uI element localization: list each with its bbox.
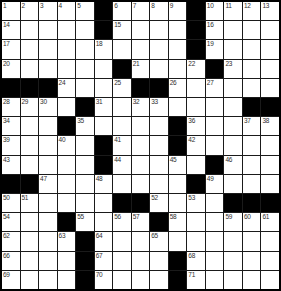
white-cell[interactable]: 46 — [224, 156, 242, 174]
white-cell[interactable] — [187, 156, 205, 174]
white-cell[interactable] — [39, 136, 57, 154]
white-cell[interactable] — [224, 136, 242, 154]
white-cell[interactable] — [224, 232, 242, 250]
white-cell[interactable] — [187, 213, 205, 231]
clue-number: 2 — [22, 2, 25, 10]
clue-number: 32 — [133, 98, 140, 106]
white-cell[interactable]: 48 — [95, 175, 113, 193]
white-cell[interactable] — [21, 156, 39, 174]
white-cell[interactable]: 69 — [2, 271, 20, 289]
white-cell[interactable] — [132, 21, 150, 39]
white-cell[interactable]: 56 — [113, 213, 131, 231]
white-cell[interactable] — [243, 60, 261, 78]
clue-number: 67 — [96, 252, 103, 260]
white-cell[interactable]: 53 — [187, 194, 205, 212]
white-cell[interactable] — [132, 271, 150, 289]
white-cell[interactable] — [243, 252, 261, 270]
white-cell[interactable] — [261, 60, 279, 78]
white-cell[interactable] — [76, 175, 94, 193]
black-cell — [243, 194, 261, 212]
clue-number: 35 — [77, 117, 84, 125]
white-cell[interactable] — [132, 232, 150, 250]
white-cell[interactable] — [39, 117, 57, 135]
clue-number: 34 — [3, 117, 10, 125]
white-cell[interactable] — [150, 21, 168, 39]
white-cell[interactable] — [261, 232, 279, 250]
clue-number: 53 — [188, 194, 195, 202]
white-cell[interactable] — [206, 213, 224, 231]
clue-number: 27 — [207, 79, 214, 87]
white-cell[interactable]: 18 — [95, 40, 113, 58]
white-cell[interactable] — [243, 21, 261, 39]
black-cell — [21, 79, 39, 97]
black-cell — [58, 213, 76, 231]
clue-number: 55 — [77, 213, 84, 221]
white-cell[interactable] — [21, 271, 39, 289]
white-cell[interactable] — [76, 194, 94, 212]
black-cell — [187, 40, 205, 58]
white-cell[interactable]: 65 — [150, 232, 168, 250]
black-cell — [76, 232, 94, 250]
white-cell[interactable]: 5 — [76, 2, 94, 20]
white-cell[interactable]: 42 — [187, 136, 205, 154]
white-cell[interactable] — [169, 175, 187, 193]
clue-number: 54 — [3, 213, 10, 221]
white-cell[interactable] — [132, 175, 150, 193]
white-cell[interactable] — [132, 156, 150, 174]
black-cell — [76, 252, 94, 270]
white-cell[interactable] — [224, 117, 242, 135]
clue-number: 30 — [40, 98, 47, 106]
white-cell[interactable]: 51 — [21, 194, 39, 212]
black-cell — [76, 98, 94, 116]
clue-number: 9 — [170, 2, 173, 10]
white-cell[interactable]: 41 — [113, 136, 131, 154]
clue-number: 28 — [3, 98, 10, 106]
white-cell[interactable] — [76, 60, 94, 78]
white-cell[interactable]: 3 — [39, 2, 57, 20]
white-cell[interactable] — [150, 175, 168, 193]
clue-number: 49 — [207, 175, 214, 183]
white-cell[interactable]: 11 — [224, 2, 242, 20]
black-cell — [113, 194, 131, 212]
white-cell[interactable]: 22 — [187, 60, 205, 78]
clue-number: 29 — [22, 98, 29, 106]
clue-number: 26 — [170, 79, 177, 87]
white-cell[interactable] — [261, 156, 279, 174]
white-cell[interactable] — [224, 175, 242, 193]
clue-number: 22 — [188, 60, 195, 68]
white-cell[interactable] — [113, 40, 131, 58]
white-cell[interactable]: 66 — [2, 252, 20, 270]
white-cell[interactable] — [132, 40, 150, 58]
clue-number: 43 — [3, 156, 10, 164]
clue-number: 24 — [59, 79, 66, 87]
white-cell[interactable] — [21, 213, 39, 231]
white-cell[interactable]: 55 — [76, 213, 94, 231]
white-cell[interactable] — [261, 40, 279, 58]
black-cell — [187, 2, 205, 20]
white-cell[interactable] — [169, 60, 187, 78]
white-cell[interactable]: 52 — [150, 194, 168, 212]
clue-number: 64 — [96, 232, 103, 240]
black-cell — [132, 194, 150, 212]
white-cell[interactable] — [95, 117, 113, 135]
white-cell[interactable]: 40 — [58, 136, 76, 154]
white-cell[interactable]: 59 — [224, 213, 242, 231]
black-cell — [261, 98, 279, 116]
black-cell — [113, 60, 131, 78]
black-cell — [95, 2, 113, 20]
white-cell[interactable] — [206, 98, 224, 116]
clue-number: 44 — [114, 156, 121, 164]
clue-number: 46 — [225, 156, 232, 164]
white-cell[interactable] — [206, 194, 224, 212]
white-cell[interactable] — [58, 60, 76, 78]
black-cell — [243, 98, 261, 116]
white-cell[interactable]: 58 — [169, 213, 187, 231]
white-cell[interactable] — [39, 40, 57, 58]
white-cell[interactable] — [261, 175, 279, 193]
clue-number: 7 — [133, 2, 136, 10]
white-cell[interactable]: 31 — [95, 98, 113, 116]
white-cell[interactable]: 19 — [206, 40, 224, 58]
crossword-grid: 1234567891011121314151617181920212223242… — [0, 0, 281, 291]
white-cell[interactable] — [76, 21, 94, 39]
white-cell[interactable] — [224, 21, 242, 39]
clue-number: 48 — [96, 175, 103, 183]
white-cell[interactable] — [21, 136, 39, 154]
clue-number: 21 — [133, 60, 140, 68]
black-cell — [150, 213, 168, 231]
white-cell[interactable] — [58, 156, 76, 174]
black-cell — [76, 271, 94, 289]
black-cell — [261, 194, 279, 212]
black-cell — [169, 117, 187, 135]
white-cell[interactable]: 67 — [95, 252, 113, 270]
clue-number: 68 — [188, 252, 195, 260]
white-cell[interactable] — [243, 271, 261, 289]
white-cell[interactable] — [261, 21, 279, 39]
white-cell[interactable]: 25 — [113, 79, 131, 97]
clue-number: 65 — [151, 232, 158, 240]
white-cell[interactable] — [187, 79, 205, 97]
white-cell[interactable] — [39, 21, 57, 39]
clue-number: 8 — [151, 2, 154, 10]
white-cell[interactable]: 71 — [187, 271, 205, 289]
white-cell[interactable] — [169, 21, 187, 39]
clue-number: 45 — [170, 156, 177, 164]
white-cell[interactable]: 6 — [113, 2, 131, 20]
white-cell[interactable]: 50 — [2, 194, 20, 212]
white-cell[interactable]: 61 — [261, 213, 279, 231]
white-cell[interactable]: 1 — [2, 2, 20, 20]
clue-number: 23 — [225, 60, 232, 68]
white-cell[interactable] — [169, 232, 187, 250]
white-cell[interactable]: 37 — [243, 117, 261, 135]
white-cell[interactable] — [150, 136, 168, 154]
clue-number: 70 — [96, 271, 103, 279]
clue-number: 41 — [114, 136, 121, 144]
clue-number: 42 — [188, 136, 195, 144]
white-cell[interactable] — [58, 252, 76, 270]
white-cell[interactable] — [39, 213, 57, 231]
white-cell[interactable] — [243, 79, 261, 97]
white-cell[interactable] — [224, 252, 242, 270]
white-cell[interactable] — [261, 271, 279, 289]
white-cell[interactable] — [243, 136, 261, 154]
white-cell[interactable] — [224, 79, 242, 97]
clue-number: 19 — [207, 40, 214, 48]
white-cell[interactable] — [113, 232, 131, 250]
white-cell[interactable]: 12 — [243, 2, 261, 20]
white-cell[interactable] — [261, 252, 279, 270]
white-cell[interactable] — [150, 271, 168, 289]
white-cell[interactable] — [113, 252, 131, 270]
clue-number: 5 — [77, 2, 80, 10]
white-cell[interactable] — [39, 271, 57, 289]
white-cell[interactable] — [76, 79, 94, 97]
white-cell[interactable] — [76, 40, 94, 58]
white-cell[interactable]: 9 — [169, 2, 187, 20]
white-cell[interactable] — [21, 117, 39, 135]
white-cell[interactable] — [113, 98, 131, 116]
white-cell[interactable] — [243, 156, 261, 174]
black-cell — [187, 21, 205, 39]
clue-number: 71 — [188, 271, 195, 279]
black-cell — [206, 60, 224, 78]
white-cell[interactable]: 54 — [2, 213, 20, 231]
clue-number: 11 — [225, 2, 231, 10]
white-cell[interactable] — [150, 156, 168, 174]
clue-number: 13 — [262, 2, 269, 10]
white-cell[interactable] — [243, 40, 261, 58]
white-cell[interactable] — [187, 232, 205, 250]
clue-number: 31 — [96, 98, 103, 106]
white-cell[interactable] — [95, 213, 113, 231]
white-cell[interactable]: 43 — [2, 156, 20, 174]
clue-number: 36 — [188, 117, 195, 125]
black-cell — [2, 175, 20, 193]
white-cell[interactable] — [39, 60, 57, 78]
white-cell[interactable] — [95, 79, 113, 97]
white-cell[interactable] — [58, 98, 76, 116]
white-cell[interactable]: 23 — [224, 60, 242, 78]
white-cell[interactable] — [39, 156, 57, 174]
white-cell[interactable] — [261, 136, 279, 154]
black-cell — [169, 252, 187, 270]
white-cell[interactable] — [169, 40, 187, 58]
white-cell[interactable] — [187, 98, 205, 116]
black-cell — [132, 79, 150, 97]
clue-number: 3 — [40, 2, 43, 10]
clue-number: 51 — [22, 194, 29, 202]
white-cell[interactable]: 7 — [132, 2, 150, 20]
clue-number: 6 — [114, 2, 117, 10]
black-cell — [95, 136, 113, 154]
crossword-page: { "game": "crossword", "grid_size": { "r… — [0, 0, 281, 291]
white-cell[interactable] — [132, 136, 150, 154]
white-cell[interactable]: 68 — [187, 252, 205, 270]
white-cell[interactable] — [243, 175, 261, 193]
white-cell[interactable] — [58, 194, 76, 212]
white-cell[interactable] — [224, 98, 242, 116]
clue-number: 14 — [3, 21, 10, 29]
white-cell[interactable] — [39, 194, 57, 212]
clue-number: 10 — [207, 2, 214, 10]
white-cell[interactable] — [150, 252, 168, 270]
white-cell[interactable]: 21 — [132, 60, 150, 78]
white-cell[interactable] — [113, 175, 131, 193]
white-cell[interactable]: 2 — [21, 2, 39, 20]
white-cell[interactable] — [224, 40, 242, 58]
white-cell[interactable] — [169, 98, 187, 116]
white-cell[interactable] — [150, 117, 168, 135]
white-cell[interactable]: 32 — [132, 98, 150, 116]
white-cell[interactable]: 20 — [2, 60, 20, 78]
clue-number: 60 — [244, 213, 251, 221]
white-cell[interactable]: 30 — [39, 98, 57, 116]
white-cell[interactable]: 44 — [113, 156, 131, 174]
white-cell[interactable] — [261, 79, 279, 97]
white-cell[interactable]: 38 — [261, 117, 279, 135]
black-cell — [95, 156, 113, 174]
white-cell[interactable]: 4 — [58, 2, 76, 20]
white-cell[interactable]: 34 — [2, 117, 20, 135]
clue-number: 57 — [133, 213, 140, 221]
white-cell[interactable]: 13 — [261, 2, 279, 20]
clue-number: 59 — [225, 213, 232, 221]
black-cell — [206, 156, 224, 174]
black-cell — [187, 175, 205, 193]
white-cell[interactable]: 39 — [2, 136, 20, 154]
clue-number: 58 — [170, 213, 177, 221]
white-cell[interactable]: 35 — [76, 117, 94, 135]
white-cell[interactable] — [21, 232, 39, 250]
white-cell[interactable] — [206, 232, 224, 250]
black-cell — [169, 136, 187, 154]
white-cell[interactable]: 36 — [187, 117, 205, 135]
white-cell[interactable] — [150, 40, 168, 58]
white-cell[interactable] — [21, 60, 39, 78]
black-cell — [21, 175, 39, 193]
white-cell[interactable]: 14 — [2, 21, 20, 39]
white-cell[interactable] — [39, 232, 57, 250]
white-cell[interactable] — [206, 271, 224, 289]
clue-number: 69 — [3, 271, 10, 279]
black-cell — [150, 79, 168, 97]
white-cell[interactable] — [76, 156, 94, 174]
clue-number: 25 — [114, 79, 121, 87]
white-cell[interactable] — [58, 21, 76, 39]
white-cell[interactable] — [58, 40, 76, 58]
white-cell[interactable]: 26 — [169, 79, 187, 97]
clue-number: 38 — [262, 117, 269, 125]
white-cell[interactable] — [21, 252, 39, 270]
white-cell[interactable]: 16 — [206, 21, 224, 39]
white-cell[interactable]: 62 — [2, 232, 20, 250]
clue-number: 12 — [244, 2, 251, 10]
white-cell[interactable] — [39, 252, 57, 270]
white-cell[interactable] — [21, 21, 39, 39]
white-cell[interactable]: 57 — [132, 213, 150, 231]
black-cell — [58, 117, 76, 135]
white-cell[interactable] — [243, 232, 261, 250]
white-cell[interactable]: 47 — [39, 175, 57, 193]
clue-number: 17 — [3, 40, 10, 48]
black-cell — [39, 79, 57, 97]
clue-number: 20 — [3, 60, 10, 68]
white-cell[interactable] — [58, 175, 76, 193]
white-cell[interactable]: 24 — [58, 79, 76, 97]
white-cell[interactable] — [206, 252, 224, 270]
clue-number: 62 — [3, 232, 10, 240]
white-cell[interactable]: 64 — [95, 232, 113, 250]
clue-number: 4 — [59, 2, 62, 10]
white-cell[interactable] — [113, 117, 131, 135]
white-cell[interactable] — [224, 271, 242, 289]
white-cell[interactable]: 70 — [95, 271, 113, 289]
white-cell[interactable]: 33 — [150, 98, 168, 116]
clue-number: 61 — [262, 213, 269, 221]
white-cell[interactable]: 29 — [21, 98, 39, 116]
white-cell[interactable]: 60 — [243, 213, 261, 231]
white-cell[interactable] — [113, 271, 131, 289]
clue-number: 63 — [59, 232, 66, 240]
clue-number: 47 — [40, 175, 47, 183]
white-cell[interactable]: 45 — [169, 156, 187, 174]
clue-number: 18 — [96, 40, 103, 48]
black-cell — [224, 194, 242, 212]
clue-number: 37 — [244, 117, 251, 125]
white-cell[interactable]: 17 — [2, 40, 20, 58]
white-cell[interactable] — [95, 60, 113, 78]
white-cell[interactable] — [76, 136, 94, 154]
clue-number: 52 — [151, 194, 158, 202]
white-cell[interactable] — [58, 271, 76, 289]
white-cell[interactable]: 49 — [206, 175, 224, 193]
clue-number: 40 — [59, 136, 66, 144]
white-cell[interactable] — [21, 40, 39, 58]
white-cell[interactable]: 27 — [206, 79, 224, 97]
clue-number: 1 — [3, 2, 6, 10]
clue-number: 50 — [3, 194, 10, 202]
clue-number: 33 — [151, 98, 158, 106]
white-cell[interactable]: 63 — [58, 232, 76, 250]
white-cell[interactable] — [169, 194, 187, 212]
white-cell[interactable]: 8 — [150, 2, 168, 20]
white-cell[interactable] — [206, 136, 224, 154]
black-cell — [95, 21, 113, 39]
white-cell[interactable] — [206, 117, 224, 135]
white-cell[interactable] — [150, 60, 168, 78]
black-cell — [2, 79, 20, 97]
white-cell[interactable]: 28 — [2, 98, 20, 116]
white-cell[interactable] — [132, 252, 150, 270]
clue-number: 66 — [3, 252, 10, 260]
clue-number: 56 — [114, 213, 121, 221]
white-cell[interactable]: 15 — [113, 21, 131, 39]
white-cell[interactable] — [132, 117, 150, 135]
white-cell[interactable] — [95, 194, 113, 212]
white-cell[interactable]: 10 — [206, 2, 224, 20]
clue-number: 15 — [114, 21, 121, 29]
clue-number: 39 — [3, 136, 10, 144]
clue-number: 16 — [207, 21, 214, 29]
black-cell — [169, 271, 187, 289]
